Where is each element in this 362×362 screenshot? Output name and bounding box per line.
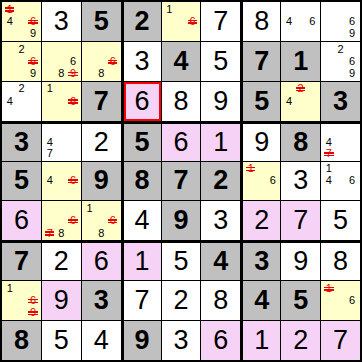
candidate: 2 bbox=[16, 43, 28, 55]
candidate: 1 bbox=[164, 3, 176, 15]
cell-r6c4[interactable]: 4 bbox=[122, 201, 161, 240]
candidate-grid: 24 bbox=[4, 83, 39, 120]
candidate: 6 bbox=[267, 175, 278, 187]
eliminated-candidate: 6 bbox=[107, 215, 119, 227]
cell-r6c3[interactable]: 168 bbox=[82, 201, 121, 240]
cell-r3c8[interactable]: 24 bbox=[281, 82, 320, 121]
candidate: 7 bbox=[44, 148, 56, 160]
candidate: 8 bbox=[95, 227, 107, 239]
solved-digit: 4 bbox=[94, 327, 109, 354]
solved-digit: 9 bbox=[254, 129, 269, 156]
given-digit: 2 bbox=[135, 8, 150, 35]
cell-r3c3[interactable]: 7 bbox=[82, 82, 121, 121]
cell-r8c1[interactable]: 169 bbox=[2, 281, 41, 320]
candidate: 4 bbox=[323, 136, 335, 148]
cell-r8c6[interactable]: 8 bbox=[201, 281, 240, 320]
cell-r5c2[interactable]: 46 bbox=[42, 162, 81, 201]
solved-digit: 7 bbox=[333, 327, 348, 354]
candidate-grid: 46 bbox=[283, 3, 318, 40]
solved-digit: 6 bbox=[135, 88, 150, 115]
given-digit: 7 bbox=[94, 88, 109, 115]
cell-r6c8[interactable]: 7 bbox=[281, 201, 320, 240]
given-digit: 1 bbox=[293, 48, 308, 75]
candidate-grid: 16 bbox=[44, 83, 79, 120]
candidate: 2 bbox=[16, 83, 28, 95]
cell-r7c5[interactable]: 5 bbox=[162, 241, 201, 280]
solved-digit: 4 bbox=[135, 207, 150, 234]
cell-r3c4[interactable]: 6 bbox=[122, 82, 161, 121]
cell-r4c7[interactable]: 9 bbox=[241, 122, 280, 161]
solved-digit: 7 bbox=[135, 287, 150, 314]
cell-r5c7[interactable]: 16 bbox=[241, 162, 280, 201]
eliminated-candidate: 6 bbox=[107, 55, 119, 67]
given-digit: 3 bbox=[94, 287, 109, 314]
candidate-grid: 47 bbox=[44, 125, 79, 160]
cell-r7c2[interactable]: 2 bbox=[42, 241, 81, 280]
candidate: 6 bbox=[346, 175, 358, 187]
cell-r5c9[interactable]: 146 bbox=[321, 162, 360, 201]
cell-r2c7[interactable]: 7 bbox=[241, 42, 280, 81]
solved-digit: 5 bbox=[333, 207, 348, 234]
eliminated-candidate: 6 bbox=[187, 15, 199, 27]
given-digit: 5 bbox=[254, 88, 269, 115]
cell-r8c3[interactable]: 3 bbox=[82, 281, 121, 320]
cell-r8c2[interactable]: 9 bbox=[42, 281, 81, 320]
cell-r8c8[interactable]: 5 bbox=[281, 281, 320, 320]
eliminated-candidate: 6 bbox=[67, 215, 79, 227]
cell-r9c6[interactable]: 6 bbox=[201, 321, 240, 360]
cell-r4c4[interactable]: 5 bbox=[122, 122, 161, 161]
cell-r1c2[interactable]: 3 bbox=[42, 2, 81, 41]
cell-r5c5[interactable]: 7 bbox=[162, 162, 201, 201]
solved-digit: 5 bbox=[213, 48, 228, 75]
cell-r1c4[interactable]: 2 bbox=[122, 2, 161, 41]
cell-r1c3[interactable]: 5 bbox=[82, 2, 121, 41]
cell-r7c9[interactable]: 8 bbox=[321, 241, 360, 280]
cell-r2c8[interactable]: 1 bbox=[281, 42, 320, 81]
given-digit: 5 bbox=[135, 129, 150, 156]
cell-r3c7[interactable]: 5 bbox=[241, 82, 280, 121]
candidate-grid: 169 bbox=[4, 282, 39, 319]
given-digit: 4 bbox=[173, 48, 188, 75]
solved-digit: 3 bbox=[173, 327, 188, 354]
cell-r2c6[interactable]: 5 bbox=[201, 42, 240, 81]
candidate: 4 bbox=[283, 15, 295, 27]
candidate: 2 bbox=[335, 43, 347, 55]
cell-r2c3[interactable]: 68 bbox=[82, 42, 121, 81]
candidate-grid: 1469 bbox=[4, 3, 39, 40]
eliminated-candidate: 6 bbox=[27, 55, 39, 67]
eliminated-candidate: 1 bbox=[245, 163, 256, 175]
cell-r8c4[interactable]: 7 bbox=[122, 281, 161, 320]
candidate-grid: 269 bbox=[323, 43, 358, 80]
solved-digit: 1 bbox=[213, 129, 228, 156]
eliminated-candidate: 1 bbox=[4, 3, 16, 15]
candidate: 8 bbox=[95, 67, 107, 79]
solved-digit: 9 bbox=[54, 287, 69, 314]
cell-r5c3[interactable]: 9 bbox=[82, 162, 121, 201]
solved-digit: 3 bbox=[213, 207, 228, 234]
candidate: 9 bbox=[27, 67, 39, 79]
cell-r7c7[interactable]: 3 bbox=[241, 241, 280, 280]
candidate-grid: 68 bbox=[84, 43, 119, 80]
solved-digit: 9 bbox=[293, 248, 308, 275]
cell-r6c9[interactable]: 5 bbox=[321, 201, 360, 240]
candidate-grid: 47 bbox=[323, 125, 358, 160]
candidate: 1 bbox=[323, 163, 335, 175]
eliminated-candidate: 6 bbox=[67, 95, 79, 107]
solved-digit: 8 bbox=[173, 88, 188, 115]
cell-r1c1[interactable]: 1469 bbox=[2, 2, 41, 41]
cell-r3c6[interactable]: 9 bbox=[201, 82, 240, 121]
candidate: 9 bbox=[346, 67, 358, 79]
given-digit: 3 bbox=[14, 129, 29, 156]
solved-digit: 6 bbox=[14, 207, 29, 234]
candidate-grid: 16 bbox=[245, 163, 278, 200]
solved-digit: 3 bbox=[135, 48, 150, 75]
candidate-grid: 689 bbox=[44, 43, 79, 80]
cell-r9c3[interactable]: 4 bbox=[82, 321, 121, 360]
eliminated-candidate: 7 bbox=[323, 148, 335, 160]
eliminated-candidate: 9 bbox=[67, 67, 79, 79]
cell-r9c7[interactable]: 1 bbox=[241, 321, 280, 360]
cell-r1c7[interactable]: 8 bbox=[241, 2, 280, 41]
given-digit: 5 bbox=[293, 287, 308, 314]
cell-r3c1[interactable]: 24 bbox=[2, 82, 41, 121]
solved-digit: 2 bbox=[94, 129, 109, 156]
given-digit: 9 bbox=[135, 327, 150, 354]
candidate-grid: 678 bbox=[44, 202, 79, 239]
cell-r9c1[interactable]: 8 bbox=[2, 321, 41, 360]
given-digit: 9 bbox=[173, 207, 188, 234]
solved-digit: 8 bbox=[213, 287, 228, 314]
given-digit: 2 bbox=[213, 167, 228, 194]
cell-r2c2[interactable]: 689 bbox=[42, 42, 81, 81]
cell-r2c9[interactable]: 269 bbox=[321, 42, 360, 81]
candidate: 9 bbox=[346, 28, 358, 40]
candidate: 9 bbox=[27, 28, 39, 40]
candidate: 6 bbox=[306, 15, 318, 27]
solved-digit: 5 bbox=[54, 327, 69, 354]
candidate: 1 bbox=[44, 83, 56, 95]
solved-digit: 7 bbox=[213, 8, 228, 35]
candidate-grid: 46 bbox=[44, 163, 79, 200]
sudoku-board: 1469352167846692696896834571269241676895… bbox=[0, 0, 362, 362]
candidate-grid: 168 bbox=[84, 202, 119, 239]
eliminated-candidate: 7 bbox=[44, 227, 56, 239]
cell-r2c4[interactable]: 3 bbox=[122, 42, 161, 81]
candidate: 4 bbox=[283, 95, 295, 107]
cell-r7c6[interactable]: 4 bbox=[201, 241, 240, 280]
cell-r1c5[interactable]: 16 bbox=[162, 2, 201, 41]
cell-r9c2[interactable]: 5 bbox=[42, 321, 81, 360]
cell-r4c1[interactable]: 3 bbox=[2, 122, 41, 161]
cell-r7c1[interactable]: 7 bbox=[2, 241, 41, 280]
cell-r4c9[interactable]: 47 bbox=[321, 122, 360, 161]
given-digit: 3 bbox=[254, 248, 269, 275]
solved-digit: 6 bbox=[173, 129, 188, 156]
cell-r4c5[interactable]: 6 bbox=[162, 122, 201, 161]
cell-r9c8[interactable]: 2 bbox=[281, 321, 320, 360]
cell-r4c8[interactable]: 8 bbox=[281, 122, 320, 161]
solved-digit: 2 bbox=[54, 248, 69, 275]
cell-r9c5[interactable]: 3 bbox=[162, 321, 201, 360]
cell-r8c5[interactable]: 2 bbox=[162, 281, 201, 320]
candidate-grid: 269 bbox=[4, 43, 39, 80]
cell-r6c5[interactable]: 9 bbox=[162, 201, 201, 240]
candidate: 6 bbox=[346, 55, 358, 67]
cell-r1c9[interactable]: 69 bbox=[321, 2, 360, 41]
cell-r7c3[interactable]: 6 bbox=[82, 241, 121, 280]
given-digit: 4 bbox=[254, 287, 269, 314]
cell-r9c4[interactable]: 9 bbox=[122, 321, 161, 360]
candidate: 6 bbox=[346, 15, 358, 27]
cell-r2c5[interactable]: 4 bbox=[162, 42, 201, 81]
solved-digit: 2 bbox=[254, 207, 269, 234]
cell-r3c9[interactable]: 3 bbox=[321, 82, 360, 121]
eliminated-candidate: 6 bbox=[67, 175, 79, 187]
candidate: 1 bbox=[84, 202, 96, 214]
cell-r4c6[interactable]: 1 bbox=[201, 122, 240, 161]
solved-digit: 6 bbox=[94, 248, 109, 275]
cell-r6c1[interactable]: 6 bbox=[2, 201, 41, 240]
cell-r6c2[interactable]: 678 bbox=[42, 201, 81, 240]
candidate: 6 bbox=[67, 55, 79, 67]
candidate: 1 bbox=[4, 282, 16, 294]
cell-r5c8[interactable]: 3 bbox=[281, 162, 320, 201]
cell-r2c1[interactable]: 269 bbox=[2, 42, 41, 81]
solved-digit: 3 bbox=[54, 8, 69, 35]
solved-digit: 2 bbox=[293, 327, 308, 354]
given-digit: 7 bbox=[173, 167, 188, 194]
cell-r9c9[interactable]: 7 bbox=[321, 321, 360, 360]
eliminated-candidate: 2 bbox=[295, 83, 307, 95]
candidate: 4 bbox=[44, 136, 56, 148]
cell-r7c8[interactable]: 9 bbox=[281, 241, 320, 280]
solved-digit: 1 bbox=[254, 327, 269, 354]
candidate: 8 bbox=[56, 227, 68, 239]
candidate: 4 bbox=[4, 95, 16, 107]
cell-r8c9[interactable]: 16 bbox=[321, 281, 360, 320]
candidate-grid: 16 bbox=[164, 3, 199, 40]
solved-digit: 1 bbox=[135, 248, 150, 275]
solved-digit: 2 bbox=[173, 287, 188, 314]
eliminated-candidate: 1 bbox=[323, 282, 335, 294]
cell-r5c4[interactable]: 8 bbox=[122, 162, 161, 201]
given-digit: 7 bbox=[254, 48, 269, 75]
candidate-grid: 24 bbox=[283, 83, 318, 120]
solved-digit: 5 bbox=[173, 248, 188, 275]
cell-r1c8[interactable]: 46 bbox=[281, 2, 320, 41]
given-digit: 3 bbox=[333, 88, 348, 115]
cell-r6c7[interactable]: 2 bbox=[241, 201, 280, 240]
solved-digit: 9 bbox=[213, 88, 228, 115]
candidate: 8 bbox=[56, 67, 68, 79]
given-digit: 7 bbox=[14, 248, 29, 275]
cell-r7c4[interactable]: 1 bbox=[122, 241, 161, 280]
candidate: 6 bbox=[346, 295, 358, 307]
cell-r4c2[interactable]: 47 bbox=[42, 122, 81, 161]
cell-r8c7[interactable]: 4 bbox=[241, 281, 280, 320]
cell-r4c3[interactable]: 2 bbox=[82, 122, 121, 161]
solved-digit: 8 bbox=[333, 248, 348, 275]
cell-r3c5[interactable]: 8 bbox=[162, 82, 201, 121]
candidate-grid: 69 bbox=[323, 3, 358, 40]
cell-r3c2[interactable]: 16 bbox=[42, 82, 81, 121]
given-digit: 9 bbox=[94, 167, 109, 194]
candidate: 4 bbox=[323, 175, 335, 187]
candidate: 4 bbox=[44, 175, 56, 187]
cell-r1c6[interactable]: 7 bbox=[201, 2, 240, 41]
solved-digit: 3 bbox=[293, 167, 308, 194]
given-digit: 4 bbox=[213, 248, 228, 275]
cell-r6c6[interactable]: 3 bbox=[201, 201, 240, 240]
solved-digit: 8 bbox=[254, 8, 269, 35]
candidate-grid: 16 bbox=[323, 282, 358, 319]
solved-digit: 7 bbox=[293, 207, 308, 234]
given-digit: 5 bbox=[14, 167, 29, 194]
given-digit: 8 bbox=[293, 129, 308, 156]
candidate: 4 bbox=[4, 15, 16, 27]
eliminated-candidate: 6 bbox=[27, 295, 39, 307]
given-digit: 8 bbox=[14, 327, 29, 354]
eliminated-candidate: 9 bbox=[27, 307, 39, 319]
candidate-grid: 146 bbox=[323, 163, 358, 200]
cell-r5c1[interactable]: 5 bbox=[2, 162, 41, 201]
cell-r5c6[interactable]: 2 bbox=[201, 162, 240, 201]
eliminated-candidate: 6 bbox=[27, 15, 39, 27]
solved-digit: 6 bbox=[213, 327, 228, 354]
given-digit: 5 bbox=[94, 8, 109, 35]
given-digit: 8 bbox=[135, 167, 150, 194]
